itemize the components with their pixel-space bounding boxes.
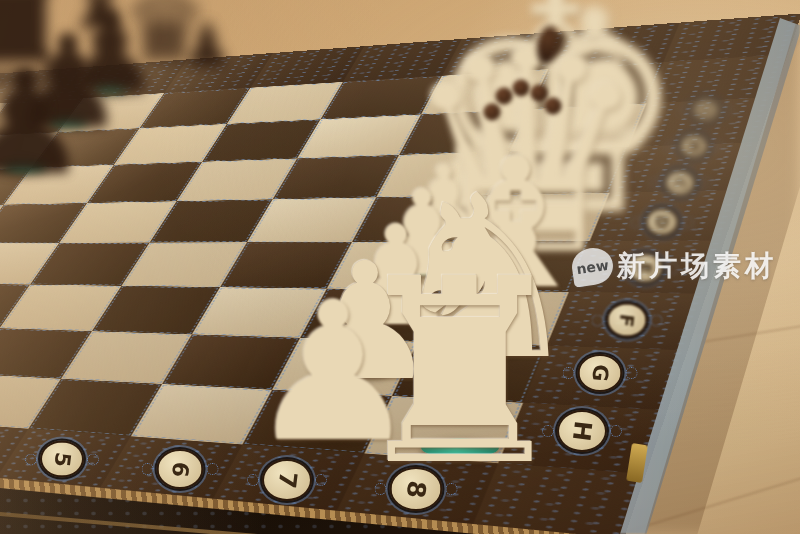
watermark-text: 新片场素材: [617, 247, 777, 285]
queen-crown-dark-tip: [484, 104, 501, 121]
king-dark-finial: [534, 24, 561, 65]
queen-crown-dark-tip: [496, 88, 513, 105]
stock-watermark: new 新片场素材: [572, 247, 777, 285]
queen-crown-dark-tip: [545, 98, 562, 115]
queen-crown-dark-tip: [531, 85, 548, 102]
watermark-new-badge: new: [570, 245, 616, 287]
queen-crown-dark-tip: [513, 80, 530, 97]
chess-photo-scene: 5678HGFEDCBA ♜♞♝♛♚♝♟♟♟♟♟♟♟♟♜♟♟♟♝♛♟ new 新…: [0, 0, 800, 534]
